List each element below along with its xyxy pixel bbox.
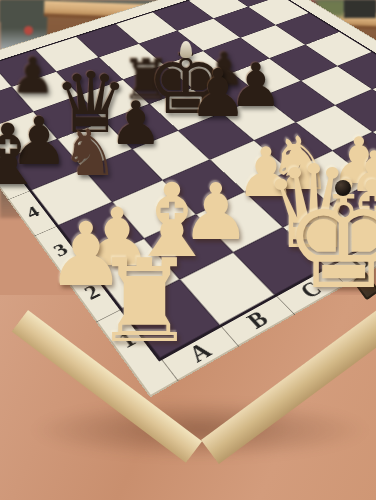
piece-black-pawn-e7: ♟ <box>185 61 251 127</box>
board-shadow <box>30 400 370 460</box>
piece-black-knight-b4: ♞ <box>58 121 122 185</box>
dark-object-blur <box>344 0 376 18</box>
chess-photo-scene: ABCDEFGH12345678 ♜♟♟♝♟♟♞♛♚♝♟♟♝♟♟♛♞♟♜♚♟♟♟ <box>0 0 376 500</box>
white-king-finial <box>335 180 351 196</box>
piece-black-bishop-a5: ♝ <box>0 113 50 197</box>
piece-white-king-e1: ♚ <box>276 173 376 308</box>
piece-white-rook-a1: ♜ <box>87 244 202 359</box>
red-object-blur <box>24 26 33 35</box>
